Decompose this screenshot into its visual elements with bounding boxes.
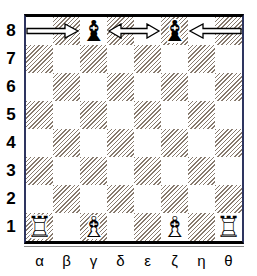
file-label-g: η [188,250,215,272]
black-bishop: ♝♝ [80,17,107,45]
square-b2[interactable] [53,185,80,213]
chess-board: ♝♝♝♝♜♖♝♗♝♗♜♖ [24,14,244,244]
square-a5[interactable] [26,101,53,129]
rank-label-1: 1 [0,213,22,241]
square-a8[interactable] [26,17,53,45]
white-rook: ♜♖ [215,213,242,241]
square-b4[interactable] [53,129,80,157]
square-h8[interactable] [215,17,242,45]
file-label-c: γ [80,250,107,272]
piece-glyph: ♗ [80,213,107,241]
square-d3[interactable] [107,157,134,185]
square-f7[interactable] [161,45,188,73]
square-c4[interactable] [80,129,107,157]
square-d4[interactable] [107,129,134,157]
square-f4[interactable] [161,129,188,157]
black-bishop: ♝♝ [161,17,188,45]
white-bishop: ♝♗ [80,213,107,241]
square-b3[interactable] [53,157,80,185]
square-e1[interactable] [134,213,161,241]
rank-label-4: 4 [0,129,22,157]
piece-glyph: ♖ [26,213,53,241]
chess-diagram: 87654321 ♝♝♝♝♜♖♝♗♝♗♜♖ αβγδεζηθ [0,0,257,276]
square-c3[interactable] [80,157,107,185]
file-label-e: ε [134,250,161,272]
piece-glyph: ♝ [80,17,107,45]
square-h1[interactable]: ♜♖ [215,213,242,241]
rank-label-6: 6 [0,73,22,101]
file-label-b: β [53,250,80,272]
square-g3[interactable] [188,157,215,185]
file-label-f: ζ [161,250,188,272]
square-h7[interactable] [215,45,242,73]
square-f6[interactable] [161,73,188,101]
rank-label-7: 7 [0,45,22,73]
square-f5[interactable] [161,101,188,129]
white-rook: ♜♖ [26,213,53,241]
square-b6[interactable] [53,73,80,101]
rank-labels: 87654321 [0,17,22,241]
square-e4[interactable] [134,129,161,157]
square-a7[interactable] [26,45,53,73]
square-e8[interactable] [134,17,161,45]
square-f2[interactable] [161,185,188,213]
square-e3[interactable] [134,157,161,185]
square-a2[interactable] [26,185,53,213]
file-labels: αβγδεζηθ [26,250,242,272]
square-c2[interactable] [80,185,107,213]
square-c7[interactable] [80,45,107,73]
file-label-a: α [26,250,53,272]
square-h6[interactable] [215,73,242,101]
square-f8[interactable]: ♝♝ [161,17,188,45]
square-b5[interactable] [53,101,80,129]
file-label-h: θ [215,250,242,272]
square-f3[interactable] [161,157,188,185]
square-b7[interactable] [53,45,80,73]
board-underline [24,246,244,247]
square-g5[interactable] [188,101,215,129]
square-e6[interactable] [134,73,161,101]
piece-glyph: ♝ [161,17,188,45]
square-a4[interactable] [26,129,53,157]
square-g2[interactable] [188,185,215,213]
square-h3[interactable] [215,157,242,185]
square-h5[interactable] [215,101,242,129]
square-b8[interactable] [53,17,80,45]
square-a6[interactable] [26,73,53,101]
square-c6[interactable] [80,73,107,101]
square-h2[interactable] [215,185,242,213]
square-g8[interactable] [188,17,215,45]
square-d6[interactable] [107,73,134,101]
rank-label-5: 5 [0,101,22,129]
square-g4[interactable] [188,129,215,157]
square-e2[interactable] [134,185,161,213]
square-d5[interactable] [107,101,134,129]
square-f1[interactable]: ♝♗ [161,213,188,241]
piece-glyph: ♗ [161,213,188,241]
square-g6[interactable] [188,73,215,101]
rank-label-3: 3 [0,157,22,185]
square-d2[interactable] [107,185,134,213]
square-g1[interactable] [188,213,215,241]
square-c8[interactable]: ♝♝ [80,17,107,45]
square-e7[interactable] [134,45,161,73]
square-d8[interactable] [107,17,134,45]
square-c5[interactable] [80,101,107,129]
square-d1[interactable] [107,213,134,241]
square-g7[interactable] [188,45,215,73]
square-a3[interactable] [26,157,53,185]
rank-label-8: 8 [0,17,22,45]
white-bishop: ♝♗ [161,213,188,241]
square-d7[interactable] [107,45,134,73]
square-c1[interactable]: ♝♗ [80,213,107,241]
square-a1[interactable]: ♜♖ [26,213,53,241]
file-label-d: δ [107,250,134,272]
square-h4[interactable] [215,129,242,157]
rank-label-2: 2 [0,185,22,213]
square-b1[interactable] [53,213,80,241]
square-e5[interactable] [134,101,161,129]
piece-glyph: ♖ [215,213,242,241]
